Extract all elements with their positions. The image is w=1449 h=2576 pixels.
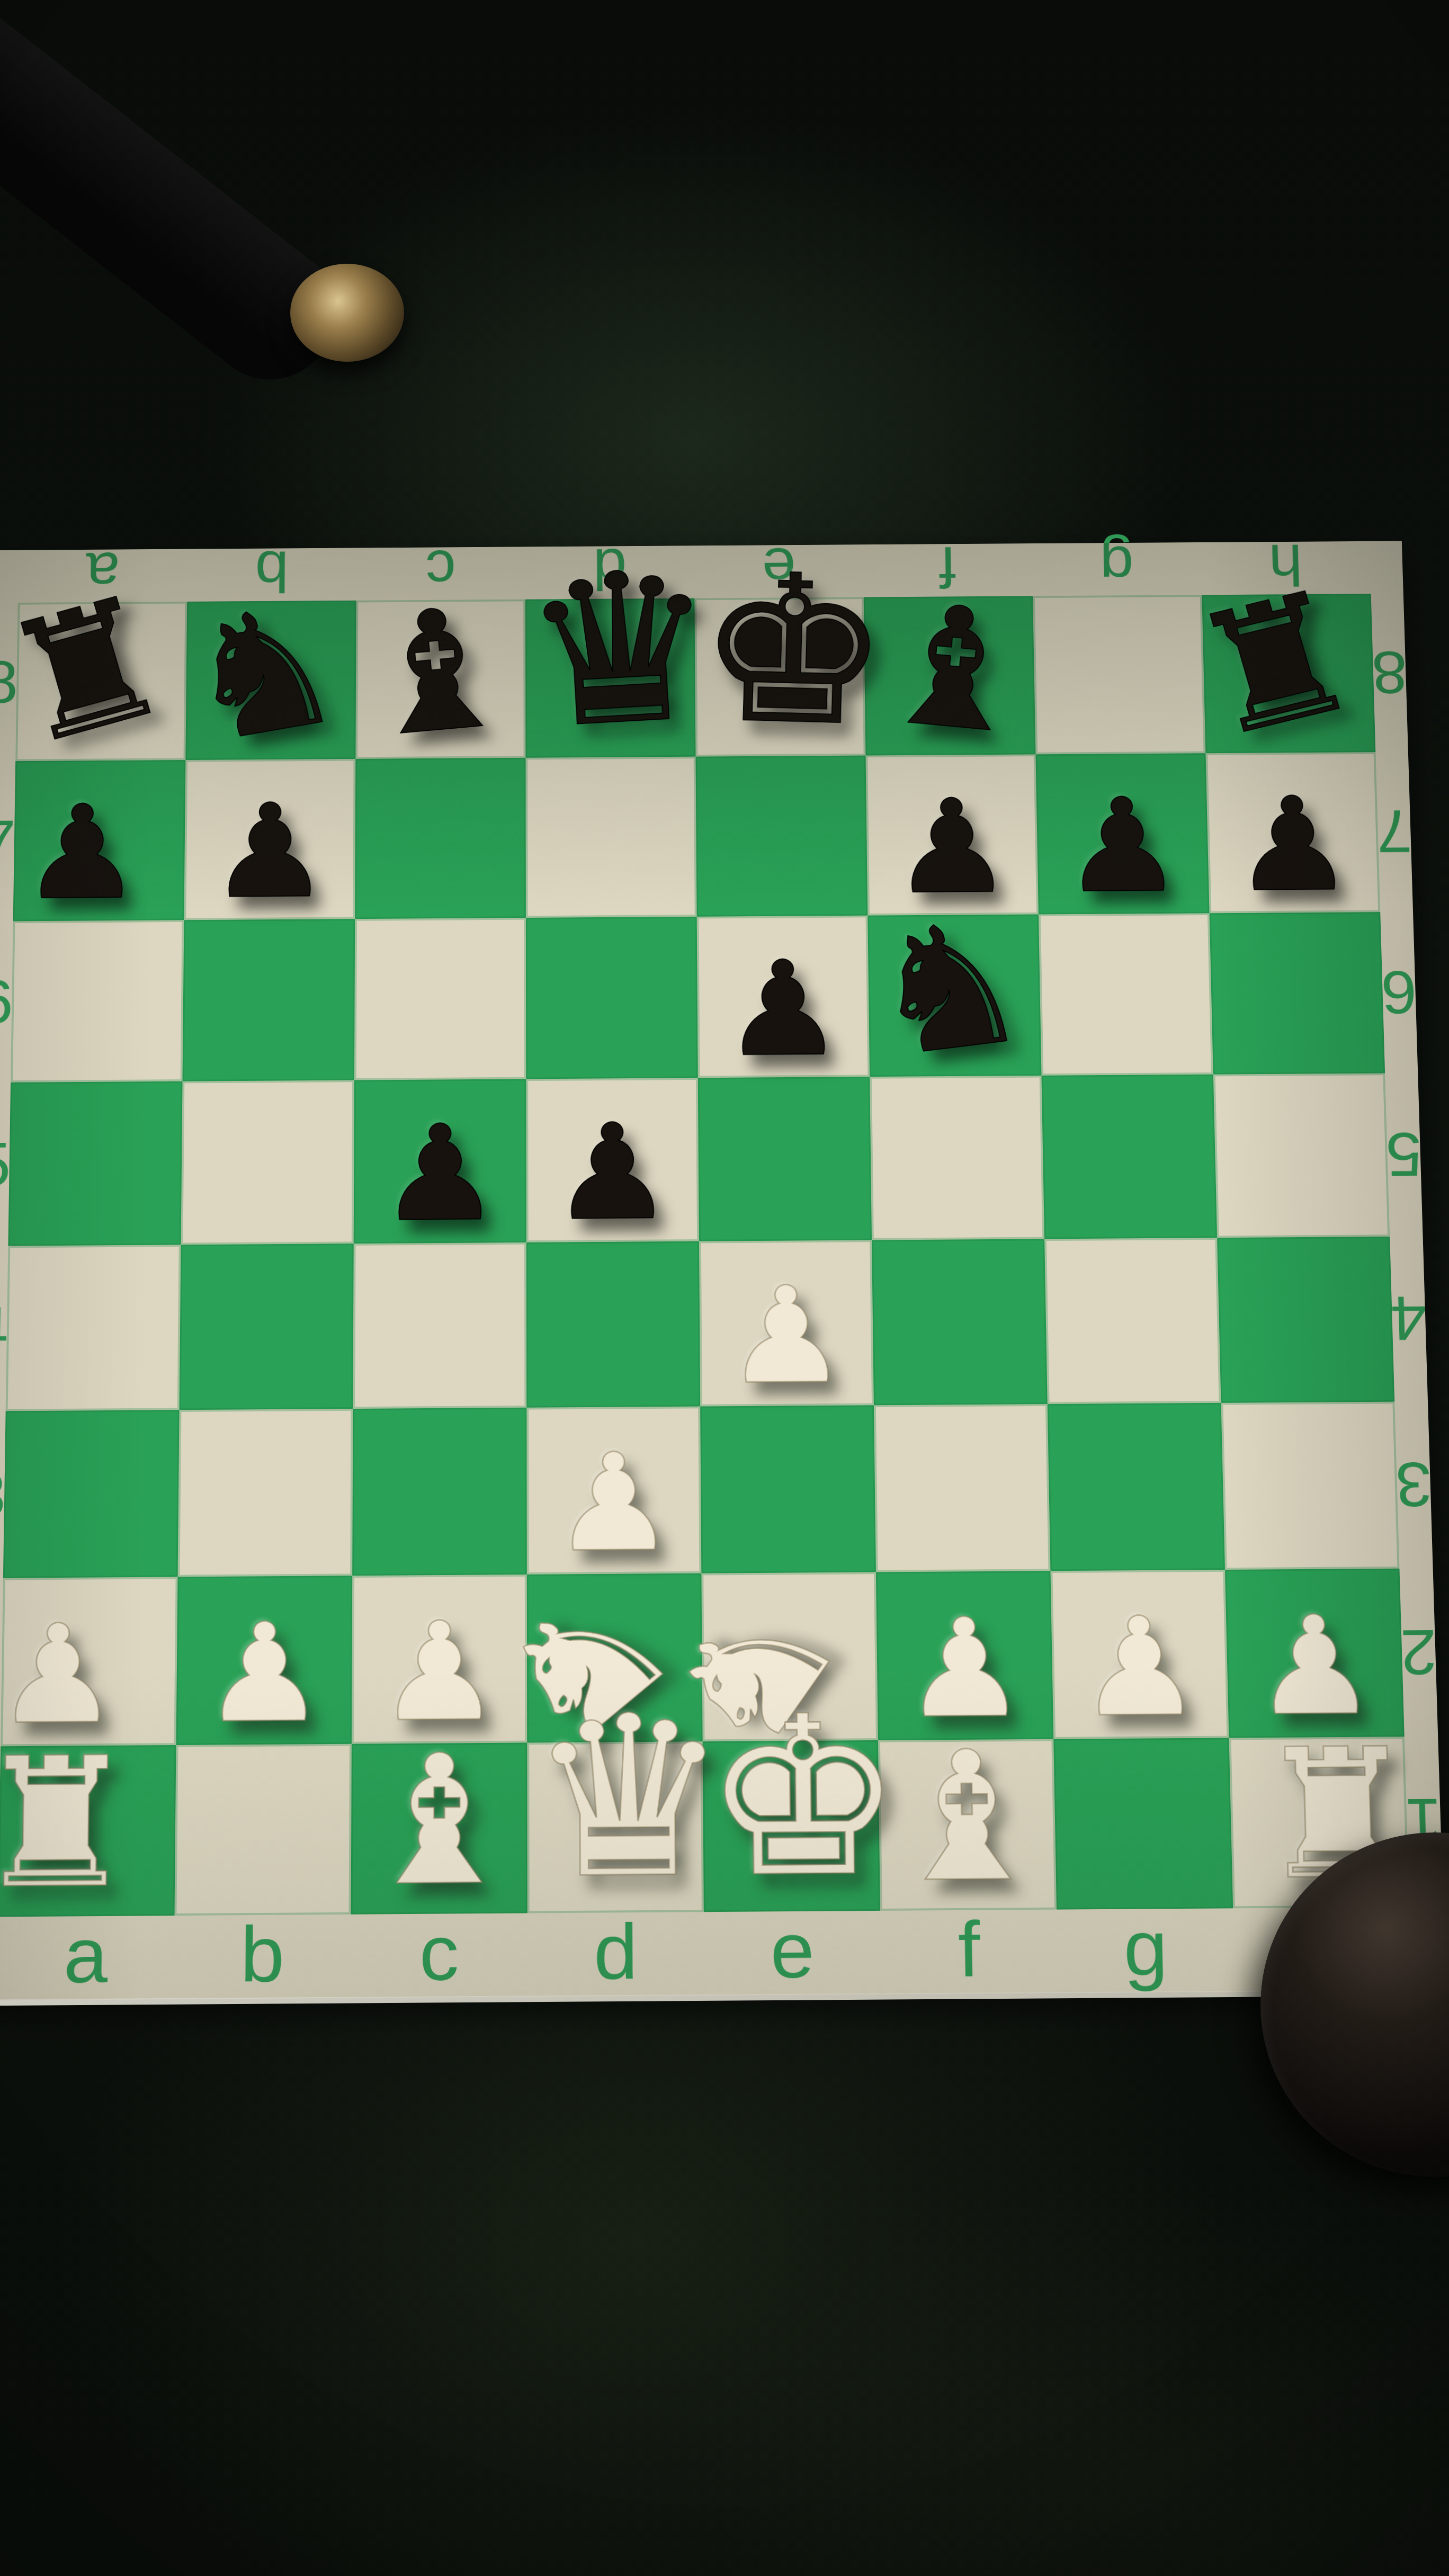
square-a6[interactable] xyxy=(11,920,184,1083)
white-pawn-d3[interactable]: ♟ xyxy=(526,1435,701,1571)
square-g6[interactable] xyxy=(1039,913,1213,1076)
white-pawn-b2[interactable]: ♟ xyxy=(176,1605,352,1742)
square-b6[interactable] xyxy=(183,919,355,1081)
square-d7[interactable] xyxy=(525,756,696,917)
square-f5[interactable] xyxy=(870,1076,1044,1240)
square-g2[interactable]: ♟ xyxy=(1050,1569,1229,1739)
chess-board-mat: abcdefgh abcdefgh 87654321 87654321 ♜♞♝♛… xyxy=(0,541,1446,2001)
table-leg-brass-foot xyxy=(290,264,404,362)
black-pawn-c5[interactable]: ♟ xyxy=(354,1107,526,1240)
file-label-b: b xyxy=(174,1915,351,1997)
square-h8[interactable]: ♜ xyxy=(1202,594,1375,753)
white-queen-d1[interactable]: ♛ xyxy=(527,1686,704,1910)
square-c6[interactable] xyxy=(354,917,526,1080)
square-c5[interactable]: ♟ xyxy=(354,1079,526,1244)
rank-label-3: 3 xyxy=(1394,1401,1433,1568)
square-e8[interactable]: ♚ xyxy=(694,597,865,756)
black-bishop-f8[interactable]: ♝ xyxy=(862,578,1046,759)
rank-label-7: 7 xyxy=(1375,752,1413,911)
square-a3[interactable] xyxy=(3,1410,180,1578)
square-b4[interactable] xyxy=(180,1244,354,1410)
square-f3[interactable] xyxy=(874,1404,1050,1572)
rank-label-4: 4 xyxy=(1390,1237,1428,1402)
square-c7[interactable] xyxy=(355,758,526,919)
square-c3[interactable] xyxy=(352,1408,527,1576)
square-h7[interactable]: ♟ xyxy=(1205,752,1380,913)
black-queen-d8[interactable]: ♛ xyxy=(516,543,698,758)
rank-label-6: 6 xyxy=(1380,911,1418,1073)
square-d8[interactable]: ♛ xyxy=(525,598,695,758)
square-g5[interactable] xyxy=(1041,1075,1217,1239)
white-king-e1[interactable]: ♚ xyxy=(702,1687,880,1908)
square-a8[interactable]: ♜ xyxy=(15,602,187,761)
square-f8[interactable]: ♝ xyxy=(864,596,1036,755)
black-rook-a8[interactable]: ♜ xyxy=(0,568,192,773)
square-g3[interactable] xyxy=(1048,1403,1225,1571)
square-f6[interactable]: ♞ xyxy=(867,914,1041,1077)
square-b2[interactable]: ♟ xyxy=(176,1576,353,1746)
white-bishop-c1[interactable]: ♝ xyxy=(351,1731,527,1911)
square-h6[interactable] xyxy=(1210,912,1385,1075)
square-h4[interactable] xyxy=(1217,1237,1394,1403)
square-h3[interactable] xyxy=(1221,1401,1399,1569)
black-pawn-e6[interactable]: ♟ xyxy=(697,943,870,1075)
rank-label-5: 5 xyxy=(1385,1073,1423,1237)
black-pawn-h7[interactable]: ♟ xyxy=(1206,780,1380,910)
square-e7[interactable] xyxy=(695,755,867,916)
square-d1[interactable]: ♛ xyxy=(527,1741,704,1913)
white-pawn-e4[interactable]: ♟ xyxy=(699,1268,874,1403)
square-e1[interactable]: ♚ xyxy=(703,1740,880,1912)
rank-label-8: 8 xyxy=(1371,594,1408,752)
square-g7[interactable]: ♟ xyxy=(1035,753,1209,914)
black-pawn-g7[interactable]: ♟ xyxy=(1036,781,1209,911)
square-d5[interactable]: ♟ xyxy=(526,1078,699,1242)
black-bishop-c8[interactable]: ♝ xyxy=(345,582,529,763)
board-grid: ♜♞♝♛♚♝♜♟♟♟♟♟♟♞♟♟♟♟♟♟♟♞♞♟♟♟♜♝♛♚♝♜ xyxy=(0,594,1409,1917)
square-e4[interactable]: ♟ xyxy=(699,1240,874,1407)
square-g1[interactable] xyxy=(1053,1738,1233,1910)
square-b8[interactable]: ♞ xyxy=(185,601,356,760)
square-b5[interactable] xyxy=(181,1080,354,1245)
square-f1[interactable]: ♝ xyxy=(878,1739,1057,1911)
file-label-g: g xyxy=(1032,540,1202,593)
square-e5[interactable] xyxy=(698,1077,872,1241)
black-pawn-d5[interactable]: ♟ xyxy=(526,1106,699,1239)
square-a4[interactable] xyxy=(6,1245,181,1411)
square-f4[interactable] xyxy=(872,1239,1048,1405)
file-label-f: f xyxy=(880,1910,1058,1992)
black-knight-b8[interactable]: ♞ xyxy=(165,578,361,770)
file-label-g: g xyxy=(1057,1908,1235,1991)
black-pawn-a7[interactable]: ♟ xyxy=(0,788,168,918)
square-b1[interactable] xyxy=(174,1744,351,1916)
square-g4[interactable] xyxy=(1044,1238,1221,1404)
square-c4[interactable] xyxy=(353,1242,526,1409)
white-rook-a1[interactable]: ♜ xyxy=(0,1733,145,1913)
square-c1[interactable]: ♝ xyxy=(351,1743,527,1915)
square-a7[interactable]: ♟ xyxy=(13,760,186,921)
square-d3[interactable]: ♟ xyxy=(526,1406,701,1574)
square-d4[interactable] xyxy=(526,1241,700,1408)
file-label-a: a xyxy=(0,1916,174,1998)
white-bishop-f1[interactable]: ♝ xyxy=(878,1728,1057,1908)
file-label-c: c xyxy=(351,1913,527,1996)
square-h5[interactable] xyxy=(1213,1074,1390,1238)
black-knight-f6[interactable]: ♞ xyxy=(852,894,1045,1083)
square-b3[interactable] xyxy=(178,1409,353,1577)
square-e6[interactable]: ♟ xyxy=(697,915,870,1078)
square-b7[interactable]: ♟ xyxy=(184,759,355,920)
black-king-e8[interactable]: ♚ xyxy=(694,547,869,755)
square-a1[interactable]: ♜ xyxy=(0,1745,176,1917)
black-pawn-b7[interactable]: ♟ xyxy=(184,786,355,917)
square-a5[interactable] xyxy=(8,1081,182,1246)
square-d6[interactable] xyxy=(526,916,698,1079)
square-c8[interactable]: ♝ xyxy=(355,600,525,759)
square-e3[interactable] xyxy=(700,1405,876,1573)
white-pawn-g2[interactable]: ♟ xyxy=(1051,1599,1229,1736)
